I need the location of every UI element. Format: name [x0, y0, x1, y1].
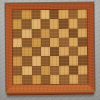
square-d7	[40, 19, 49, 28]
square-f1	[60, 75, 69, 84]
square-h8	[77, 10, 86, 19]
square-f2	[59, 65, 68, 74]
square-g3	[69, 56, 78, 65]
square-b7	[22, 19, 31, 28]
square-a2	[13, 66, 22, 75]
square-h4	[78, 47, 87, 56]
square-f8	[59, 10, 68, 19]
square-a4	[13, 47, 22, 56]
square-e1	[50, 75, 59, 84]
square-f5	[59, 38, 68, 47]
square-g7	[68, 19, 77, 28]
square-b4	[22, 47, 31, 56]
square-b6	[22, 29, 31, 38]
chess-table	[6, 3, 95, 96]
square-g6	[68, 28, 77, 37]
square-f4	[59, 47, 68, 56]
square-e4	[50, 47, 59, 56]
square-e2	[50, 65, 59, 74]
board-frame	[6, 3, 95, 92]
square-e3	[50, 56, 59, 65]
square-a1	[13, 75, 22, 84]
square-h3	[78, 56, 87, 65]
square-d6	[41, 29, 50, 38]
square-h5	[78, 37, 87, 46]
square-a3	[13, 57, 22, 66]
square-c8	[31, 10, 40, 19]
photo-background	[0, 0, 100, 100]
square-c1	[32, 75, 41, 84]
square-d4	[41, 47, 50, 56]
square-a5	[13, 38, 22, 47]
square-g8	[68, 10, 77, 19]
square-d2	[41, 65, 50, 74]
square-c3	[32, 56, 41, 65]
square-b3	[22, 56, 31, 65]
square-e6	[50, 28, 59, 37]
square-b5	[22, 38, 31, 47]
square-h1	[78, 74, 87, 83]
square-h6	[78, 28, 87, 37]
square-b8	[22, 10, 31, 19]
square-a7	[13, 20, 22, 29]
square-f3	[59, 56, 68, 65]
square-c2	[32, 66, 41, 75]
square-g4	[68, 47, 77, 56]
square-f6	[59, 28, 68, 37]
square-d8	[40, 10, 49, 19]
square-e8	[50, 10, 59, 19]
square-g1	[69, 74, 78, 83]
square-a6	[13, 29, 22, 38]
square-g2	[69, 65, 78, 74]
square-c5	[31, 38, 40, 47]
square-b2	[22, 66, 31, 75]
square-h2	[78, 65, 87, 74]
square-e7	[50, 19, 59, 28]
chess-board	[13, 10, 88, 85]
square-d1	[41, 75, 50, 84]
square-g5	[68, 37, 77, 46]
square-c6	[31, 29, 40, 38]
square-f7	[59, 19, 68, 28]
square-e5	[50, 38, 59, 47]
square-c4	[31, 47, 40, 56]
square-a8	[13, 10, 22, 19]
square-c7	[31, 19, 40, 28]
square-d3	[41, 56, 50, 65]
table-front-edge	[6, 91, 94, 96]
square-b1	[23, 75, 32, 84]
square-h7	[77, 19, 86, 28]
square-d5	[41, 38, 50, 47]
